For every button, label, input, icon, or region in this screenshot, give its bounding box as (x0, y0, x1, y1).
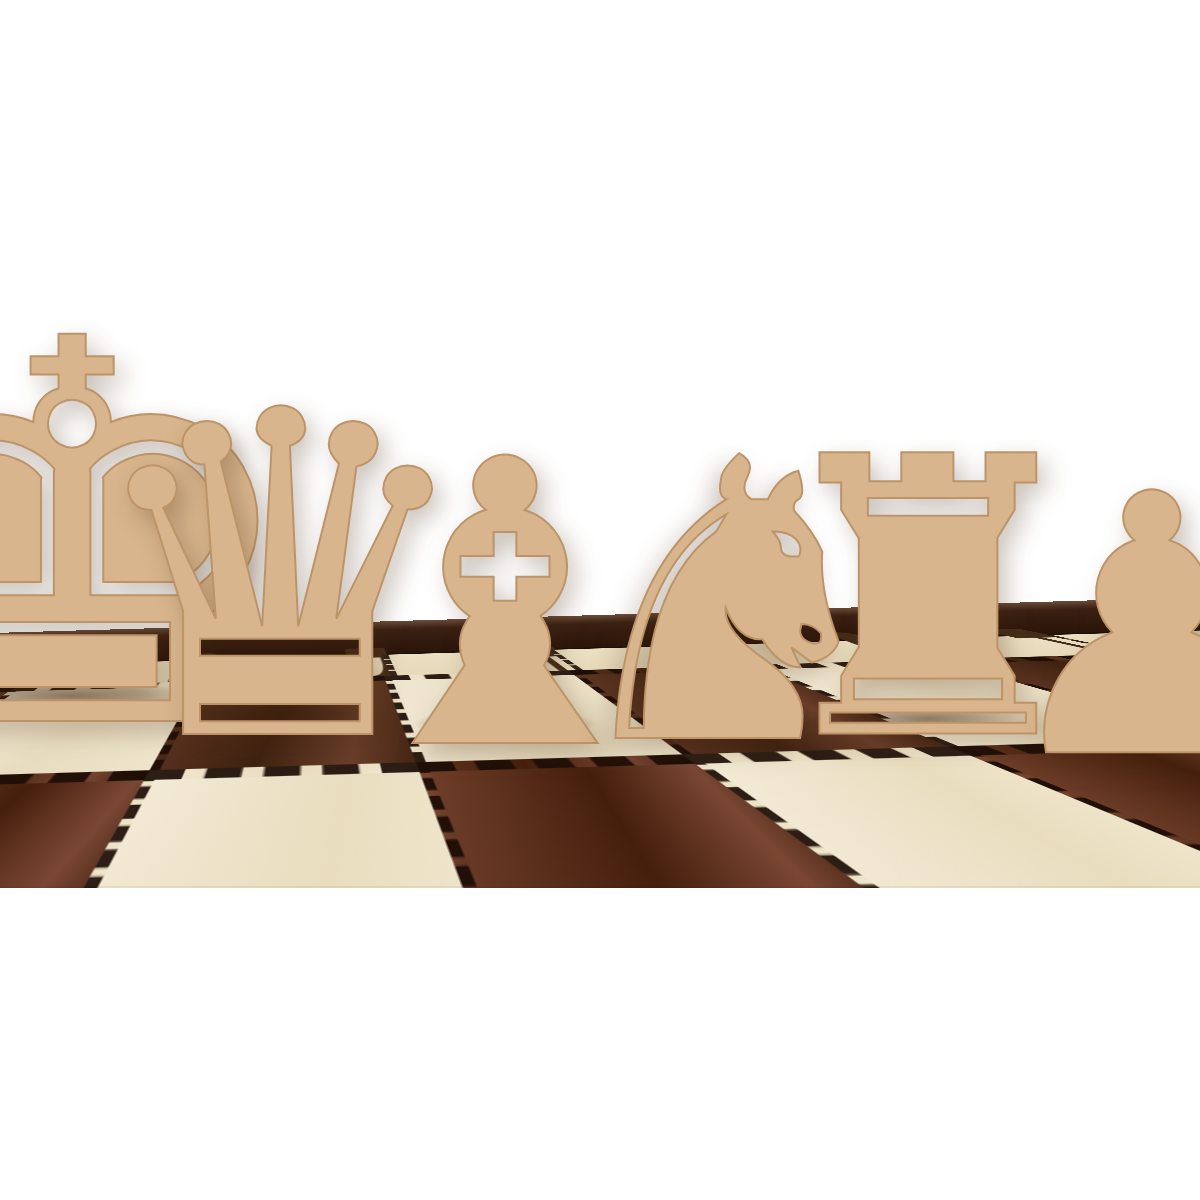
photo-area: ABCDEFGH ♚♛♝♞♜♟ (0, 0, 1200, 888)
product-photo: ABCDEFGH ♚♛♝♞♜♟ (0, 0, 1200, 1200)
photo-bottom-edge (0, 886, 1200, 888)
piece-pawn[interactable]: ♟ (991, 448, 1200, 808)
